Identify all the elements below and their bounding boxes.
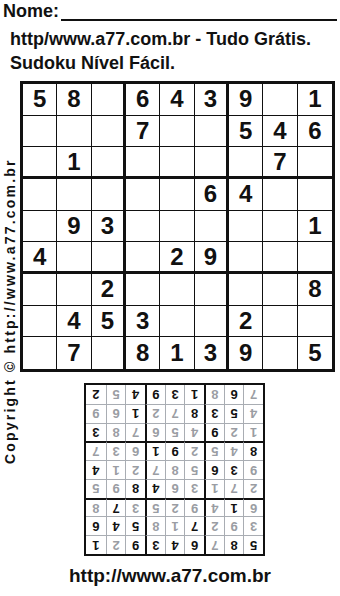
solution-cell: 1 [224, 498, 244, 517]
solution-cell: 3 [125, 498, 145, 517]
puzzle-cell-given: 8 [57, 84, 91, 116]
puzzle-cell-empty[interactable] [126, 211, 160, 243]
solution-cell: 2 [224, 423, 244, 442]
solution-cell: 4 [204, 498, 224, 517]
puzzle-cell-empty[interactable] [23, 211, 57, 243]
solution-cell: 8 [184, 404, 204, 423]
puzzle-cell-empty[interactable] [263, 179, 297, 211]
puzzle-cell-empty[interactable] [229, 242, 263, 274]
puzzle-cell-given: 3 [195, 84, 229, 116]
puzzle-cell-empty[interactable] [195, 274, 229, 306]
puzzle-cell-empty[interactable] [57, 242, 91, 274]
solution-cell: 2 [106, 535, 126, 554]
solution-cell: 5 [243, 535, 263, 554]
puzzle-cell-given: 2 [160, 242, 194, 274]
solution-cell: 2 [125, 460, 145, 479]
solution-cell: 9 [145, 385, 165, 404]
puzzle-cell-given: 7 [126, 116, 160, 148]
solution-cell: 1 [204, 479, 224, 498]
puzzle-cell-empty[interactable] [92, 147, 126, 179]
puzzle-cell-given: 5 [23, 84, 57, 116]
solution-cell: 4 [145, 479, 165, 498]
puzzle-cell-empty[interactable] [160, 147, 194, 179]
solution-cell: 7 [86, 441, 106, 460]
puzzle-cell-given: 1 [298, 84, 332, 116]
solution-cell: 9 [165, 441, 185, 460]
puzzle-cell-empty[interactable] [126, 242, 160, 274]
solution-cell: 3 [145, 535, 165, 554]
solution-cell: 6 [106, 404, 126, 423]
solution-cell: 7 [145, 460, 165, 479]
solution-cell: 4 [243, 404, 263, 423]
puzzle-cell-given: 9 [229, 337, 263, 369]
solution-cell: 4 [184, 423, 204, 442]
puzzle-cell-given: 1 [160, 337, 194, 369]
puzzle-cell-given: 6 [298, 116, 332, 148]
puzzle-cell-given: 9 [57, 211, 91, 243]
solution-cell: 6 [224, 385, 244, 404]
puzzle-cell-empty[interactable] [195, 147, 229, 179]
puzzle-cell-empty[interactable] [298, 306, 332, 338]
site-header-text: http/www.a77.com.br - Tudo Grátis. [10, 29, 311, 50]
solution-cell: 2 [204, 516, 224, 535]
solution-cell: 6 [204, 460, 224, 479]
puzzle-cell-empty[interactable] [263, 306, 297, 338]
solution-cell: 6 [86, 516, 106, 535]
solution-cell: 1 [184, 385, 204, 404]
solution-cell: 4 [86, 460, 106, 479]
solution-cell: 9 [86, 404, 106, 423]
solution-cell: 5 [204, 441, 224, 460]
solution-cell: 8 [86, 498, 106, 517]
puzzle-cell-empty[interactable] [263, 337, 297, 369]
solution-cell: 6 [125, 441, 145, 460]
solution-cell: 5 [165, 423, 185, 442]
solution-cell: 8 [204, 385, 224, 404]
puzzle-cell-empty[interactable] [263, 242, 297, 274]
solution-cell: 3 [184, 479, 204, 498]
puzzle-cell-empty[interactable] [126, 179, 160, 211]
puzzle-cell-given: 7 [263, 147, 297, 179]
puzzle-cell-empty[interactable] [160, 274, 194, 306]
solution-cell: 5 [106, 385, 126, 404]
puzzle-cell-empty[interactable] [195, 211, 229, 243]
solution-cell: 1 [243, 423, 263, 442]
solution-cell: 9 [125, 535, 145, 554]
puzzle-cell-given: 6 [195, 179, 229, 211]
solution-cell: 9 [224, 516, 244, 535]
puzzle-cell-empty[interactable] [298, 242, 332, 274]
puzzle-cell-empty[interactable] [298, 179, 332, 211]
puzzle-cell-empty[interactable] [23, 147, 57, 179]
solution-cell: 9 [243, 460, 263, 479]
sudoku-puzzle-grid: 586439175461764931429284532781395 [20, 81, 335, 372]
puzzle-cell-given: 9 [229, 84, 263, 116]
solution-cell: 2 [145, 404, 165, 423]
puzzle-cell-given: 6 [126, 84, 160, 116]
solution-cell: 1 [106, 460, 126, 479]
puzzle-cell-empty[interactable] [57, 179, 91, 211]
solution-cell: 3 [224, 460, 244, 479]
solution-cell: 7 [224, 479, 244, 498]
name-fill-in-line[interactable] [61, 2, 337, 21]
solution-cell: 3 [106, 441, 126, 460]
solution-cell: 7 [125, 423, 145, 442]
puzzle-cell-given: 5 [92, 306, 126, 338]
solution-cell: 1 [125, 404, 145, 423]
puzzle-cell-given: 3 [195, 337, 229, 369]
solution-cell: 5 [125, 516, 145, 535]
solution-cell: 2 [165, 498, 185, 517]
puzzle-cell-empty[interactable] [229, 147, 263, 179]
puzzle-cell-given: 4 [160, 84, 194, 116]
solution-cell: 9 [204, 423, 224, 442]
puzzle-cell-empty[interactable] [126, 147, 160, 179]
puzzle-cell-empty[interactable] [92, 242, 126, 274]
puzzle-cell-empty[interactable] [57, 116, 91, 148]
solution-cell: 6 [165, 479, 185, 498]
puzzle-cell-given: 7 [57, 337, 91, 369]
name-label: Nome: [3, 1, 59, 21]
puzzle-cell-empty[interactable] [160, 306, 194, 338]
puzzle-cell-given: 9 [195, 242, 229, 274]
puzzle-cell-empty[interactable] [23, 116, 57, 148]
puzzle-cell-empty[interactable] [92, 84, 126, 116]
puzzle-cell-empty[interactable] [263, 211, 297, 243]
puzzle-cell-given: 1 [57, 147, 91, 179]
puzzle-cell-empty[interactable] [229, 211, 263, 243]
solution-cell: 5 [145, 498, 165, 517]
solution-cell: 4 [106, 516, 126, 535]
solution-cell: 5 [184, 460, 204, 479]
puzzle-cell-given: 4 [57, 306, 91, 338]
puzzle-cell-given: 5 [298, 337, 332, 369]
puzzle-cell-empty[interactable] [160, 211, 194, 243]
sudoku-solution-grid-rotated: 5876439213927185466149253782713648959365… [84, 383, 265, 556]
puzzle-cell-given: 1 [298, 211, 332, 243]
puzzle-cell-empty[interactable] [298, 147, 332, 179]
solution-cell: 1 [165, 516, 185, 535]
solution-cell: 3 [86, 423, 106, 442]
solution-cell: 4 [165, 535, 185, 554]
solution-cell: 7 [204, 535, 224, 554]
puzzle-cell-given: 2 [92, 274, 126, 306]
puzzle-cell-given: 4 [263, 116, 297, 148]
solution-cell: 6 [184, 535, 204, 554]
puzzle-cell-empty[interactable] [263, 274, 297, 306]
puzzle-cell-given: 3 [92, 211, 126, 243]
puzzle-cell-empty[interactable] [195, 116, 229, 148]
name-row: Nome: [3, 1, 337, 21]
puzzle-cell-given: 4 [229, 179, 263, 211]
solution-cell: 3 [165, 385, 185, 404]
solution-cell: 2 [243, 479, 263, 498]
solution-cell: 1 [145, 441, 165, 460]
puzzle-level-title: Sudoku Nível Fácil. [10, 53, 175, 74]
solution-cell: 7 [106, 498, 126, 517]
solution-cell: 2 [184, 441, 204, 460]
solution-cell: 9 [184, 498, 204, 517]
puzzle-cell-empty[interactable] [229, 274, 263, 306]
sudoku-worksheet-page: Nome: http/www.a77.com.br - Tudo Grátis.… [0, 0, 340, 596]
puzzle-cell-given: 2 [229, 306, 263, 338]
solution-cell: 8 [165, 460, 185, 479]
puzzle-cell-empty[interactable] [23, 274, 57, 306]
solution-cell: 4 [125, 385, 145, 404]
puzzle-cell-empty[interactable] [263, 84, 297, 116]
footer-url: http://www.a77.com.br [0, 565, 340, 587]
solution-cell: 7 [165, 404, 185, 423]
solution-cell: 1 [86, 535, 106, 554]
solution-cell: 7 [184, 516, 204, 535]
solution-cell: 2 [86, 385, 106, 404]
solution-cell: 6 [145, 423, 165, 442]
puzzle-cell-given: 3 [126, 306, 160, 338]
puzzle-cell-given: 8 [126, 337, 160, 369]
solution-cell: 8 [106, 423, 126, 442]
solution-cell: 6 [243, 498, 263, 517]
solution-cell: 8 [243, 441, 263, 460]
puzzle-cell-empty[interactable] [23, 306, 57, 338]
solution-cell: 9 [106, 479, 126, 498]
puzzle-cell-empty[interactable] [160, 179, 194, 211]
solution-cell: 8 [125, 479, 145, 498]
puzzle-cell-given: 4 [23, 242, 57, 274]
puzzle-cell-given: 8 [298, 274, 332, 306]
vertical-copyright-text: Copyright © http://www.a77.com.br [2, 84, 18, 464]
puzzle-cell-empty[interactable] [23, 179, 57, 211]
solution-cell: 5 [86, 479, 106, 498]
solution-cell: 8 [224, 535, 244, 554]
puzzle-cell-empty[interactable] [160, 116, 194, 148]
solution-cell: 3 [243, 516, 263, 535]
puzzle-cell-empty[interactable] [57, 274, 91, 306]
solution-cell: 4 [224, 441, 244, 460]
solution-cell: 7 [243, 385, 263, 404]
puzzle-cell-empty[interactable] [92, 179, 126, 211]
solution-cell: 8 [145, 516, 165, 535]
puzzle-cell-empty[interactable] [195, 306, 229, 338]
puzzle-cell-empty[interactable] [92, 337, 126, 369]
puzzle-cell-empty[interactable] [126, 274, 160, 306]
puzzle-cell-empty[interactable] [92, 116, 126, 148]
solution-cell: 5 [224, 404, 244, 423]
puzzle-cell-given: 5 [229, 116, 263, 148]
solution-cell: 3 [204, 404, 224, 423]
puzzle-cell-empty[interactable] [23, 337, 57, 369]
